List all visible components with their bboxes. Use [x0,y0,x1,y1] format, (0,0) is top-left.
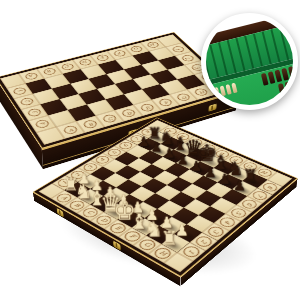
box-checker-cell [52,84,79,99]
stored-black-piece [268,71,276,84]
coordinate-label: H [151,246,173,261]
box-coordinate-cell: 3 [21,104,48,121]
stored-black-piece [285,82,293,95]
coordinate-label: F [157,98,174,108]
box-checker-cell [106,94,134,110]
box-checker-cell [33,89,60,105]
stored-black-piece [274,70,282,83]
black-pawn: ♟ [190,159,202,173]
interior-inset [201,13,298,110]
square-h2: ♟ [174,224,202,242]
coordinate-label: 2 [180,54,196,62]
black-pawn: ♟ [138,135,150,148]
black-pawn: ♟ [219,172,232,186]
coordinate-label: H [145,41,160,49]
coordinate-label: 3 [26,108,42,118]
coordinate-label: C [101,114,118,124]
box-coordinate-cell: 2 [14,94,41,110]
coordinate-label: 1 [171,45,186,53]
box-checker-cell [48,110,76,127]
stored-black-piece [278,83,286,96]
coordinate-label: E [95,54,110,62]
black-pawn: ♟ [177,152,189,165]
coordinate-label: C [60,63,75,71]
stored-black-piece [288,66,296,79]
coordinate-label: E [139,103,156,113]
coordinate-label: 4 [93,155,112,165]
coordinate-label: G [175,93,192,102]
box-checker-cell [142,84,170,99]
coordinate-label: F [112,49,127,57]
stored-black-piece [291,80,298,93]
box-checker-cell [78,89,105,105]
box-coordinate-cell: 1 [7,84,33,99]
black-pawn: ♟ [204,165,216,179]
coordinate-label: 2 [193,234,215,248]
interior-scene [201,13,298,110]
coordinate-label: G [129,45,144,53]
stored-white-piece [231,83,237,94]
coordinate-label: 5 [228,207,249,220]
box-checker-cell [40,99,67,115]
box-checker-cell [68,105,96,122]
box-checker-cell [87,99,115,115]
white-rook: ♜ [161,229,178,248]
clasp-latch-icon [208,104,216,112]
product-photo: ABCDEFGH11223344ABCDEFGH ABCDEFGH8♜♞♝♛♚♝… [0,0,300,300]
black-pawn: ♟ [164,146,176,159]
coordinate-label: H [193,88,210,97]
coordinate-label: B [67,199,88,212]
coordinate-label: D [78,58,93,66]
black-pawn: ♟ [151,141,163,154]
box-coordinate-cell: 4 [28,115,56,132]
coordinate-label: A [62,125,79,136]
tray-gap [231,97,279,109]
stored-white-piece [219,86,225,97]
coordinate-label: B [42,67,57,76]
stored-black-piece [295,65,298,78]
coordinate-label: D [120,108,137,118]
box-checker-cell [124,89,152,105]
box-checker-cell [60,94,87,110]
coordinate-label: B [82,119,99,129]
black-pawn: ♟ [233,178,246,192]
stored-white-piece [225,84,231,95]
coordinate-label: A [24,72,39,81]
coordinate-label: 2 [19,97,35,107]
coordinate-label: 1 [12,87,28,96]
coordinate-label: F [122,229,144,243]
stored-black-piece [261,73,269,86]
stored-black-piece [281,68,289,81]
box-checker-cell [97,84,124,99]
coordinate-label: 4 [34,119,51,129]
